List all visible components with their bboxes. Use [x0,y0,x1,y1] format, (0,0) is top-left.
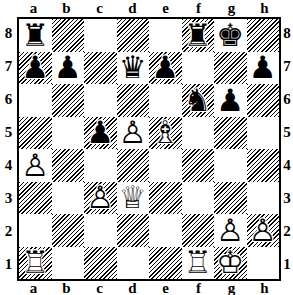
corner-bottom-left [0,281,17,295]
white-pawn: ♟♙ [119,117,147,148]
square-h4[interactable] [247,149,280,182]
file-label-g: g [215,0,248,17]
corner-bottom-right [281,281,293,295]
black-pawn: ♟ [216,85,244,116]
file-label-e: e [149,281,182,295]
white-pawn: ♟♙ [249,215,277,246]
rank-labels-right: 87654321 [281,17,293,281]
rank-labels-left: 87654321 [0,17,17,281]
corner-top-left [0,0,17,17]
square-a6[interactable] [19,84,52,117]
square-f2[interactable] [182,214,215,247]
square-g1[interactable]: ♚♔ [214,247,247,280]
rank-label-6: 6 [281,83,293,116]
square-a7[interactable]: ♟ [19,52,52,85]
square-f1[interactable]: ♜♖ [182,247,215,280]
square-c6[interactable] [84,84,117,117]
black-pawn: ♟ [151,52,179,83]
white-bishop: ♝♗ [151,117,179,148]
square-c2[interactable] [84,214,117,247]
square-d1[interactable] [117,247,150,280]
square-a1[interactable]: ♜♖ [19,247,52,280]
square-d3[interactable]: ♛♕ [117,182,150,215]
square-e5[interactable]: ♝♗ [149,117,182,150]
square-g6[interactable]: ♟ [214,84,247,117]
rank-label-7: 7 [281,50,293,83]
square-f7[interactable] [182,52,215,85]
rank-label-6: 6 [0,83,17,116]
rank-label-4: 4 [281,149,293,182]
file-label-e: e [149,0,182,17]
black-pawn: ♟ [86,117,114,148]
square-a3[interactable] [19,182,52,215]
square-d7[interactable]: ♛ [117,52,150,85]
square-f8[interactable]: ♜ [182,19,215,52]
file-label-d: d [116,0,149,17]
square-h6[interactable] [247,84,280,117]
square-a5[interactable] [19,117,52,150]
square-e2[interactable] [149,214,182,247]
square-d4[interactable] [117,149,150,182]
rank-label-3: 3 [281,182,293,215]
square-f4[interactable] [182,149,215,182]
black-rook: ♜ [21,20,49,51]
square-h7[interactable]: ♟ [247,52,280,85]
square-g2[interactable]: ♟♙ [214,214,247,247]
square-b3[interactable] [52,182,85,215]
corner-top-right [281,0,293,17]
black-king: ♚ [216,20,244,51]
rank-label-2: 2 [281,215,293,248]
square-e8[interactable] [149,19,182,52]
white-pawn: ♟♙ [21,150,49,181]
square-e1[interactable] [149,247,182,280]
white-queen: ♛♕ [119,182,147,213]
black-knight: ♞ [184,85,212,116]
black-queen: ♛ [119,52,147,83]
file-labels-top: abcdefgh [17,0,281,17]
square-g5[interactable] [214,117,247,150]
square-f3[interactable] [182,182,215,215]
black-pawn: ♟ [21,52,49,83]
square-d8[interactable] [117,19,150,52]
chess-board: ♜♜♚♟♟♛♟♟♞♟♟♟♙♝♗♟♙♟♙♛♕♟♙♟♙♜♖♜♖♚♔ [17,17,281,281]
square-b7[interactable]: ♟ [52,52,85,85]
square-b1[interactable] [52,247,85,280]
square-g8[interactable]: ♚ [214,19,247,52]
rank-label-7: 7 [0,50,17,83]
file-label-f: f [182,281,215,295]
square-f5[interactable] [182,117,215,150]
white-king: ♚♔ [216,247,244,278]
white-pawn: ♟♙ [86,182,114,213]
square-g7[interactable] [214,52,247,85]
file-label-a: a [17,0,50,17]
rank-label-8: 8 [0,17,17,50]
square-b2[interactable] [52,214,85,247]
file-label-d: d [116,281,149,295]
square-e7[interactable]: ♟ [149,52,182,85]
file-label-f: f [182,0,215,17]
rank-label-5: 5 [281,116,293,149]
rank-label-4: 4 [0,149,17,182]
square-c8[interactable] [84,19,117,52]
square-e6[interactable] [149,84,182,117]
square-e3[interactable] [149,182,182,215]
square-h1[interactable] [247,247,280,280]
rank-label-2: 2 [0,215,17,248]
square-a2[interactable] [19,214,52,247]
square-h8[interactable] [247,19,280,52]
square-f6[interactable]: ♞ [182,84,215,117]
rank-label-5: 5 [0,116,17,149]
square-c5[interactable]: ♟ [84,117,117,150]
white-rook: ♜♖ [184,247,212,278]
square-h5[interactable] [247,117,280,150]
black-pawn: ♟ [54,52,82,83]
square-b4[interactable] [52,149,85,182]
square-d5[interactable]: ♟♙ [117,117,150,150]
file-label-b: b [50,0,83,17]
rank-label-1: 1 [0,248,17,281]
file-label-c: c [83,0,116,17]
square-c1[interactable] [84,247,117,280]
square-b5[interactable] [52,117,85,150]
square-a8[interactable]: ♜ [19,19,52,52]
black-pawn: ♟ [249,52,277,83]
black-rook: ♜ [184,20,212,51]
file-label-g: g [215,281,248,295]
square-c4[interactable] [84,149,117,182]
file-label-h: h [248,0,281,17]
square-b8[interactable] [52,19,85,52]
square-g4[interactable] [214,149,247,182]
rank-label-1: 1 [281,248,293,281]
chess-diagram: abcdefgh 87654321 ♜♜♚♟♟♛♟♟♞♟♟♟♙♝♗♟♙♟♙♛♕♟… [0,0,293,295]
file-label-c: c [83,281,116,295]
file-labels-bottom: abcdefgh [17,281,281,295]
white-rook: ♜♖ [21,247,49,278]
square-h3[interactable] [247,182,280,215]
square-g3[interactable] [214,182,247,215]
square-c7[interactable] [84,52,117,85]
rank-label-8: 8 [281,17,293,50]
rank-label-3: 3 [0,182,17,215]
square-a4[interactable]: ♟♙ [19,149,52,182]
square-b6[interactable] [52,84,85,117]
square-d2[interactable] [117,214,150,247]
square-d6[interactable] [117,84,150,117]
file-label-b: b [50,281,83,295]
square-h2[interactable]: ♟♙ [247,214,280,247]
white-pawn: ♟♙ [216,215,244,246]
file-label-h: h [248,281,281,295]
file-label-a: a [17,281,50,295]
square-e4[interactable] [149,149,182,182]
square-c3[interactable]: ♟♙ [84,182,117,215]
